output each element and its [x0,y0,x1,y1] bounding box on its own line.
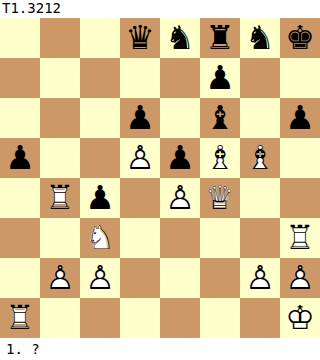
square-b3[interactable] [40,218,80,258]
piece-white-pawn: ♟♙ [280,258,320,298]
piece-black-bishop: ♝ [200,98,240,138]
square-f3[interactable] [200,218,240,258]
piece-black-pawn: ♟ [160,138,200,178]
move-prompt: 1. ? [6,340,40,360]
piece-white-knight: ♞♘ [80,218,120,258]
piece-white-rook: ♜♖ [280,218,320,258]
square-b6[interactable] [40,98,80,138]
square-a5[interactable]: ♟ [0,138,40,178]
square-f2[interactable] [200,258,240,298]
square-a4[interactable] [0,178,40,218]
square-a7[interactable] [0,58,40,98]
piece-white-pawn: ♟♙ [160,178,200,218]
piece-white-pawn: ♟♙ [120,138,160,178]
square-b4[interactable]: ♜♖ [40,178,80,218]
square-h2[interactable]: ♟♙ [280,258,320,298]
square-e1[interactable] [160,298,200,338]
square-d4[interactable] [120,178,160,218]
square-f4[interactable]: ♛♕ [200,178,240,218]
piece-black-queen: ♛ [120,18,160,58]
square-g1[interactable] [240,298,280,338]
square-h6[interactable]: ♟ [280,98,320,138]
square-b7[interactable] [40,58,80,98]
piece-white-rook: ♜♖ [0,298,40,338]
square-b5[interactable] [40,138,80,178]
square-d2[interactable] [120,258,160,298]
square-b2[interactable]: ♟♙ [40,258,80,298]
square-h8[interactable]: ♚ [280,18,320,58]
piece-white-queen: ♛♕ [200,178,240,218]
square-h7[interactable] [280,58,320,98]
square-b8[interactable] [40,18,80,58]
chess-board: ♛♞♜♞♚♟♟♝♟♟♟♙♟♝♗♝♗♜♖♟♟♙♛♕♞♘♜♖♟♙♟♙♟♙♟♙♜♖♚♔ [0,18,320,338]
square-g2[interactable]: ♟♙ [240,258,280,298]
square-c7[interactable] [80,58,120,98]
square-h3[interactable]: ♜♖ [280,218,320,258]
square-f1[interactable] [200,298,240,338]
piece-black-pawn: ♟ [0,138,40,178]
square-c6[interactable] [80,98,120,138]
piece-white-rook: ♜♖ [40,178,80,218]
square-d3[interactable] [120,218,160,258]
square-h5[interactable] [280,138,320,178]
square-f6[interactable]: ♝ [200,98,240,138]
piece-black-pawn: ♟ [120,98,160,138]
square-c1[interactable] [80,298,120,338]
piece-black-king: ♚ [280,18,320,58]
square-e6[interactable] [160,98,200,138]
square-g5[interactable]: ♝♗ [240,138,280,178]
square-c4[interactable]: ♟ [80,178,120,218]
square-d1[interactable] [120,298,160,338]
piece-white-pawn: ♟♙ [40,258,80,298]
square-h4[interactable] [280,178,320,218]
square-h1[interactable]: ♚♔ [280,298,320,338]
piece-black-pawn: ♟ [280,98,320,138]
square-e7[interactable] [160,58,200,98]
square-d7[interactable] [120,58,160,98]
piece-white-pawn: ♟♙ [80,258,120,298]
square-e5[interactable]: ♟ [160,138,200,178]
square-c3[interactable]: ♞♘ [80,218,120,258]
square-e8[interactable]: ♞ [160,18,200,58]
square-a6[interactable] [0,98,40,138]
square-e4[interactable]: ♟♙ [160,178,200,218]
puzzle-id: T1.3212 [2,0,61,18]
square-f8[interactable]: ♜ [200,18,240,58]
square-a2[interactable] [0,258,40,298]
square-c5[interactable] [80,138,120,178]
square-g8[interactable]: ♞ [240,18,280,58]
square-g7[interactable] [240,58,280,98]
square-a8[interactable] [0,18,40,58]
square-g6[interactable] [240,98,280,138]
square-e2[interactable] [160,258,200,298]
square-f5[interactable]: ♝♗ [200,138,240,178]
piece-black-knight: ♞ [160,18,200,58]
piece-black-knight: ♞ [240,18,280,58]
square-c2[interactable]: ♟♙ [80,258,120,298]
square-f7[interactable]: ♟ [200,58,240,98]
square-b1[interactable] [40,298,80,338]
square-d6[interactable]: ♟ [120,98,160,138]
piece-white-pawn: ♟♙ [240,258,280,298]
square-d8[interactable]: ♛ [120,18,160,58]
square-a3[interactable] [0,218,40,258]
piece-black-pawn: ♟ [200,58,240,98]
square-c8[interactable] [80,18,120,58]
piece-white-bishop: ♝♗ [200,138,240,178]
piece-black-pawn: ♟ [80,178,120,218]
square-g4[interactable] [240,178,280,218]
square-d5[interactable]: ♟♙ [120,138,160,178]
square-g3[interactable] [240,218,280,258]
piece-white-king: ♚♔ [280,298,320,338]
piece-white-bishop: ♝♗ [240,138,280,178]
piece-black-rook: ♜ [200,18,240,58]
square-a1[interactable]: ♜♖ [0,298,40,338]
square-e3[interactable] [160,218,200,258]
